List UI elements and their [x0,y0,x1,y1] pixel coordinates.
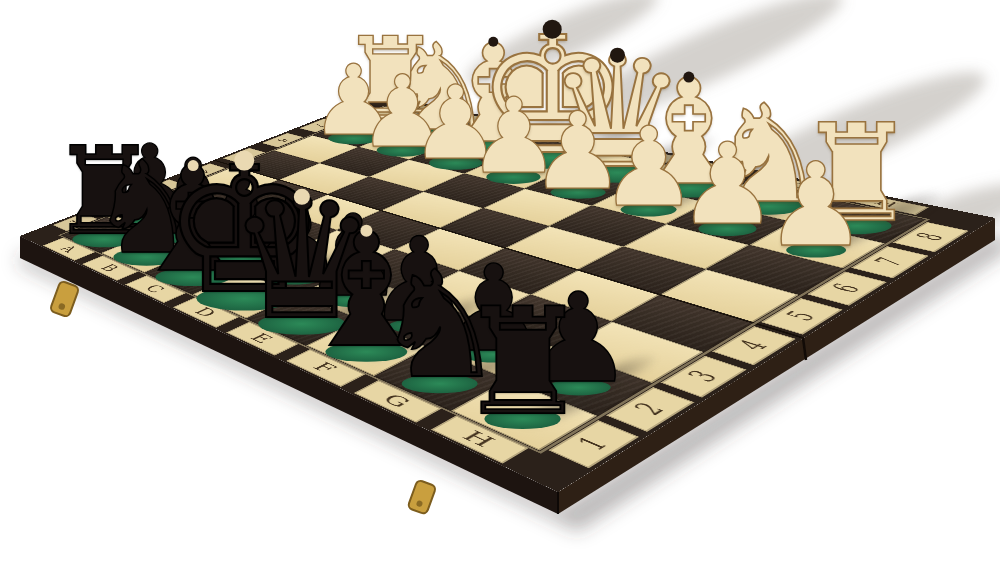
piece-white-pawn[interactable]: ♟ [677,140,778,230]
brass-clasp-icon [50,281,80,318]
finial-tip [683,71,694,82]
pawn-glyph: ♟ [764,159,868,251]
pawn-glyph: ♟ [677,140,778,230]
rook-glyph: ♜ [457,303,589,421]
piece-white-pawn[interactable]: ♟ [764,159,868,251]
brass-clasp-icon [407,480,436,515]
finial-tip [361,225,373,237]
chess-set-photo: ABCDEFGH8877665544332211ABCDEFGH ♜♞♝♚♛♝♞… [0,0,1000,577]
finial-tip [610,48,625,63]
piece-black-rook[interactable]: ♜ [457,303,589,421]
